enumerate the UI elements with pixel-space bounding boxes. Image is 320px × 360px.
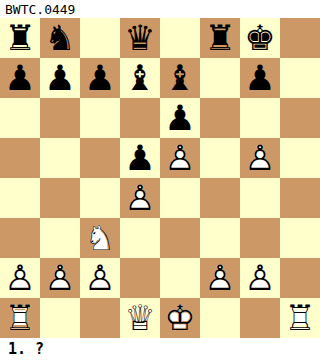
square-f1[interactable] bbox=[200, 298, 240, 338]
square-f8[interactable]: ♜ bbox=[200, 18, 240, 58]
square-c3[interactable]: ♞♘ bbox=[80, 218, 120, 258]
square-e6[interactable]: ♟ bbox=[160, 98, 200, 138]
square-g6[interactable] bbox=[240, 98, 280, 138]
black-rook: ♜ bbox=[200, 18, 240, 58]
white-pawn: ♙ bbox=[160, 138, 200, 178]
white-pawn: ♙ bbox=[40, 258, 80, 298]
square-d7[interactable]: ♝ bbox=[120, 58, 160, 98]
black-king: ♚ bbox=[240, 18, 280, 58]
black-pawn: ♟ bbox=[80, 58, 120, 98]
square-b7[interactable]: ♟ bbox=[40, 58, 80, 98]
square-b5[interactable] bbox=[40, 138, 80, 178]
white-pawn-fill: ♟ bbox=[0, 258, 40, 298]
square-a7[interactable]: ♟ bbox=[0, 58, 40, 98]
square-g1[interactable] bbox=[240, 298, 280, 338]
square-h7[interactable] bbox=[280, 58, 320, 98]
black-bishop: ♝ bbox=[120, 58, 160, 98]
square-e7[interactable]: ♝ bbox=[160, 58, 200, 98]
white-rook: ♖ bbox=[280, 298, 320, 338]
black-rook: ♜ bbox=[0, 18, 40, 58]
square-g3[interactable] bbox=[240, 218, 280, 258]
black-knight: ♞ bbox=[40, 18, 80, 58]
chess-board: ♜♞♛♜♚♟♟♟♝♝♟♟♟♟♙♟♙♟♙♞♘♟♙♟♙♟♙♟♙♟♙♜♖♛♕♚♔♜♖ bbox=[0, 18, 320, 338]
square-b4[interactable] bbox=[40, 178, 80, 218]
square-f5[interactable] bbox=[200, 138, 240, 178]
square-b6[interactable] bbox=[40, 98, 80, 138]
black-pawn: ♟ bbox=[40, 58, 80, 98]
square-g7[interactable]: ♟ bbox=[240, 58, 280, 98]
square-d5[interactable]: ♟ bbox=[120, 138, 160, 178]
square-c2[interactable]: ♟♙ bbox=[80, 258, 120, 298]
square-h2[interactable] bbox=[280, 258, 320, 298]
white-rook: ♖ bbox=[0, 298, 40, 338]
square-c8[interactable] bbox=[80, 18, 120, 58]
square-d2[interactable] bbox=[120, 258, 160, 298]
square-g8[interactable]: ♚ bbox=[240, 18, 280, 58]
white-queen: ♕ bbox=[120, 298, 160, 338]
square-c5[interactable] bbox=[80, 138, 120, 178]
square-b8[interactable]: ♞ bbox=[40, 18, 80, 58]
chess-puzzle-window: BWTC.0449 ♜♞♛♜♚♟♟♟♝♝♟♟♟♟♙♟♙♟♙♞♘♟♙♟♙♟♙♟♙♟… bbox=[0, 0, 320, 360]
square-d8[interactable]: ♛ bbox=[120, 18, 160, 58]
square-f4[interactable] bbox=[200, 178, 240, 218]
square-e1[interactable]: ♚♔ bbox=[160, 298, 200, 338]
square-f3[interactable] bbox=[200, 218, 240, 258]
square-c4[interactable] bbox=[80, 178, 120, 218]
square-g4[interactable] bbox=[240, 178, 280, 218]
square-a3[interactable] bbox=[0, 218, 40, 258]
square-c6[interactable] bbox=[80, 98, 120, 138]
square-h1[interactable]: ♜♖ bbox=[280, 298, 320, 338]
square-e2[interactable] bbox=[160, 258, 200, 298]
white-pawn-fill: ♟ bbox=[80, 258, 120, 298]
square-a4[interactable] bbox=[0, 178, 40, 218]
square-a2[interactable]: ♟♙ bbox=[0, 258, 40, 298]
white-knight-fill: ♞ bbox=[80, 218, 120, 258]
white-pawn: ♙ bbox=[240, 138, 280, 178]
white-pawn-fill: ♟ bbox=[200, 258, 240, 298]
square-d4[interactable]: ♟♙ bbox=[120, 178, 160, 218]
white-pawn-fill: ♟ bbox=[40, 258, 80, 298]
white-pawn: ♙ bbox=[120, 178, 160, 218]
square-h6[interactable] bbox=[280, 98, 320, 138]
black-pawn: ♟ bbox=[0, 58, 40, 98]
white-pawn: ♙ bbox=[240, 258, 280, 298]
square-e4[interactable] bbox=[160, 178, 200, 218]
white-king: ♔ bbox=[160, 298, 200, 338]
move-prompt: 1. ? bbox=[0, 338, 320, 360]
puzzle-title: BWTC.0449 bbox=[0, 0, 320, 18]
white-pawn-fill: ♟ bbox=[160, 138, 200, 178]
square-a8[interactable]: ♜ bbox=[0, 18, 40, 58]
black-pawn: ♟ bbox=[240, 58, 280, 98]
square-e5[interactable]: ♟♙ bbox=[160, 138, 200, 178]
white-pawn: ♙ bbox=[200, 258, 240, 298]
square-a6[interactable] bbox=[0, 98, 40, 138]
square-g5[interactable]: ♟♙ bbox=[240, 138, 280, 178]
square-f6[interactable] bbox=[200, 98, 240, 138]
square-b3[interactable] bbox=[40, 218, 80, 258]
square-d3[interactable] bbox=[120, 218, 160, 258]
square-a5[interactable] bbox=[0, 138, 40, 178]
square-b2[interactable]: ♟♙ bbox=[40, 258, 80, 298]
white-king-fill: ♚ bbox=[160, 298, 200, 338]
square-e8[interactable] bbox=[160, 18, 200, 58]
square-d1[interactable]: ♛♕ bbox=[120, 298, 160, 338]
white-rook-fill: ♜ bbox=[0, 298, 40, 338]
square-h5[interactable] bbox=[280, 138, 320, 178]
black-bishop: ♝ bbox=[160, 58, 200, 98]
black-queen: ♛ bbox=[120, 18, 160, 58]
white-pawn: ♙ bbox=[80, 258, 120, 298]
white-rook-fill: ♜ bbox=[280, 298, 320, 338]
white-pawn-fill: ♟ bbox=[240, 138, 280, 178]
black-pawn: ♟ bbox=[120, 138, 160, 178]
square-g2[interactable]: ♟♙ bbox=[240, 258, 280, 298]
white-pawn-fill: ♟ bbox=[120, 178, 160, 218]
square-a1[interactable]: ♜♖ bbox=[0, 298, 40, 338]
black-pawn: ♟ bbox=[160, 98, 200, 138]
white-knight: ♘ bbox=[80, 218, 120, 258]
square-c7[interactable]: ♟ bbox=[80, 58, 120, 98]
square-b1[interactable] bbox=[40, 298, 80, 338]
square-d6[interactable] bbox=[120, 98, 160, 138]
square-f2[interactable]: ♟♙ bbox=[200, 258, 240, 298]
square-c1[interactable] bbox=[80, 298, 120, 338]
square-e3[interactable] bbox=[160, 218, 200, 258]
square-h3[interactable] bbox=[280, 218, 320, 258]
square-h4[interactable] bbox=[280, 178, 320, 218]
square-h8[interactable] bbox=[280, 18, 320, 58]
white-pawn: ♙ bbox=[0, 258, 40, 298]
white-pawn-fill: ♟ bbox=[240, 258, 280, 298]
white-queen-fill: ♛ bbox=[120, 298, 160, 338]
square-f7[interactable] bbox=[200, 58, 240, 98]
